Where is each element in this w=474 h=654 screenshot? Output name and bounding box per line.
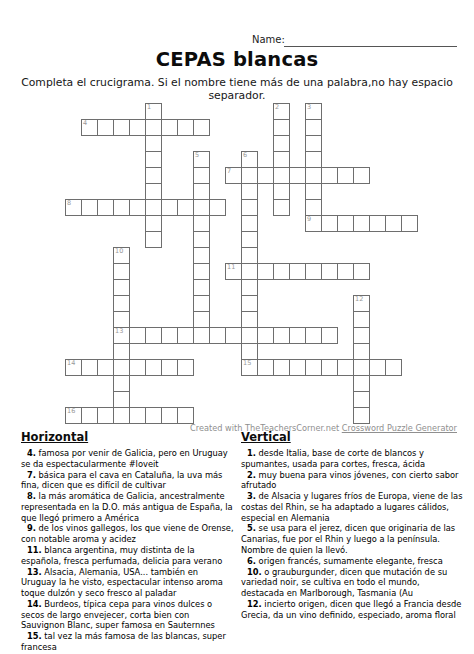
grid-cell[interactable] bbox=[177, 199, 194, 216]
grid-cell[interactable] bbox=[273, 199, 290, 216]
grid-cell[interactable]: 3 bbox=[305, 103, 322, 120]
grid-cell[interactable] bbox=[97, 119, 114, 136]
cell-number: 8 bbox=[67, 200, 71, 207]
grid-cell[interactable]: 13 bbox=[113, 327, 130, 344]
grid-cell[interactable] bbox=[257, 359, 274, 376]
clue-number-label: 1. bbox=[247, 448, 256, 458]
grid-cell[interactable] bbox=[113, 311, 130, 328]
cell-number: 1 bbox=[147, 104, 151, 111]
grid-cell[interactable] bbox=[241, 247, 258, 264]
grid-cell[interactable] bbox=[193, 279, 210, 296]
grid-cell[interactable] bbox=[241, 215, 258, 232]
grid-cell[interactable] bbox=[241, 295, 258, 312]
grid-cell[interactable] bbox=[145, 359, 162, 376]
clue-number-label: 14. bbox=[27, 599, 42, 609]
grid-cell[interactable] bbox=[369, 359, 386, 376]
grid-cell[interactable] bbox=[353, 263, 370, 280]
grid-cell[interactable] bbox=[129, 327, 146, 344]
grid-cell[interactable] bbox=[321, 167, 338, 184]
grid-cell[interactable] bbox=[177, 119, 194, 136]
grid-cell[interactable] bbox=[353, 407, 370, 424]
grid-cell[interactable] bbox=[241, 263, 258, 280]
grid-cell[interactable] bbox=[257, 327, 274, 344]
grid-cell[interactable] bbox=[145, 151, 162, 168]
grid-cell[interactable] bbox=[273, 327, 290, 344]
grid-cell[interactable] bbox=[81, 359, 98, 376]
clue-number-label: 6. bbox=[247, 556, 256, 566]
grid-cell[interactable]: 4 bbox=[81, 119, 98, 136]
grid-cell[interactable]: 2 bbox=[273, 103, 290, 120]
grid-cell[interactable] bbox=[145, 199, 162, 216]
grid-cell[interactable] bbox=[129, 359, 146, 376]
cell-number: 6 bbox=[243, 152, 247, 159]
clue-number-label: 2. bbox=[247, 470, 256, 480]
clue-item: 10. o grauburgunder, dicen que mutación … bbox=[241, 567, 463, 599]
grid-cell[interactable]: 16 bbox=[65, 407, 82, 424]
grid-cell[interactable] bbox=[145, 119, 162, 136]
grid-cell[interactable] bbox=[193, 231, 210, 248]
clue-number-label: 5. bbox=[247, 523, 256, 533]
clue-item: 1. desde Italia, base de corte de blanco… bbox=[241, 448, 463, 470]
cell-number: 14 bbox=[67, 360, 75, 367]
grid-cell[interactable] bbox=[305, 263, 322, 280]
grid-cell[interactable] bbox=[113, 119, 130, 136]
vertical-clues-section: Vertical 1. desde Italia, base de corte … bbox=[241, 430, 463, 620]
clue-number-label: 11. bbox=[27, 545, 42, 555]
grid-cell[interactable] bbox=[193, 199, 210, 216]
grid-cell[interactable] bbox=[193, 183, 210, 200]
grid-cell[interactable] bbox=[161, 359, 178, 376]
grid-cell[interactable]: 12 bbox=[353, 295, 370, 312]
grid-cell[interactable] bbox=[129, 119, 146, 136]
name-field[interactable] bbox=[284, 46, 457, 47]
cell-number: 7 bbox=[227, 168, 231, 175]
clue-number-label: 4. bbox=[27, 448, 36, 458]
grid-cell[interactable] bbox=[193, 263, 210, 280]
grid-cell[interactable] bbox=[145, 167, 162, 184]
grid-cell[interactable] bbox=[113, 263, 130, 280]
grid-cell[interactable] bbox=[145, 231, 162, 248]
clue-item: 2. muy buena para vinos jóvenes, con cie… bbox=[241, 470, 463, 492]
grid-cell[interactable] bbox=[241, 231, 258, 248]
crossword-grid: 47891113141516123561012 bbox=[65, 103, 418, 424]
grid-cell[interactable] bbox=[353, 343, 370, 360]
grid-cell[interactable] bbox=[273, 183, 290, 200]
grid-cell[interactable] bbox=[353, 311, 370, 328]
clue-item: 9. de los vinos gallegos, los que viene … bbox=[21, 523, 235, 545]
clue-number-label: 12. bbox=[247, 599, 262, 609]
grid-cell[interactable] bbox=[113, 199, 130, 216]
grid-cell[interactable] bbox=[305, 167, 322, 184]
grid-cell[interactable] bbox=[273, 167, 290, 184]
grid-cell[interactable] bbox=[353, 375, 370, 392]
grid-cell[interactable] bbox=[193, 327, 210, 344]
grid-cell[interactable] bbox=[353, 167, 370, 184]
grid-cell[interactable] bbox=[289, 167, 306, 184]
clue-item: 3. de Alsacia y lugares fríos de Europa,… bbox=[241, 491, 463, 523]
clue-item: 6. origen francés, sumamente elegante, f… bbox=[241, 556, 463, 567]
grid-cell[interactable] bbox=[113, 343, 130, 360]
grid-cell[interactable] bbox=[305, 119, 322, 136]
grid-cell[interactable] bbox=[241, 311, 258, 328]
grid-cell[interactable] bbox=[321, 359, 338, 376]
grid-cell[interactable] bbox=[161, 119, 178, 136]
grid-cell[interactable] bbox=[193, 119, 210, 136]
clue-number-label: 3. bbox=[247, 491, 256, 501]
grid-cell[interactable] bbox=[145, 407, 162, 424]
grid-cell[interactable] bbox=[257, 263, 274, 280]
grid-cell[interactable] bbox=[209, 327, 226, 344]
grid-cell[interactable]: 6 bbox=[241, 151, 258, 168]
grid-cell[interactable] bbox=[273, 263, 290, 280]
grid-cell[interactable] bbox=[193, 215, 210, 232]
grid-cell[interactable] bbox=[337, 167, 354, 184]
clue-item: 12. incierto origen, dicen que llegó a F… bbox=[241, 599, 463, 621]
grid-cell[interactable] bbox=[177, 407, 194, 424]
clue-number-label: 15. bbox=[27, 631, 42, 641]
grid-cell[interactable] bbox=[273, 119, 290, 136]
grid-cell[interactable] bbox=[177, 359, 194, 376]
grid-cell[interactable] bbox=[241, 279, 258, 296]
grid-cell[interactable]: 1 bbox=[145, 103, 162, 120]
cell-number: 3 bbox=[307, 104, 311, 111]
grid-cell[interactable] bbox=[353, 359, 370, 376]
page-title: CEPAS blancas bbox=[0, 48, 474, 71]
grid-cell[interactable] bbox=[385, 359, 402, 376]
grid-cell[interactable] bbox=[337, 263, 354, 280]
grid-cell[interactable] bbox=[385, 215, 402, 232]
grid-cell[interactable] bbox=[241, 343, 258, 360]
grid-cell[interactable]: 7 bbox=[225, 167, 242, 184]
grid-cell[interactable] bbox=[97, 359, 114, 376]
cell-number: 16 bbox=[67, 408, 75, 415]
grid-cell[interactable]: 9 bbox=[305, 215, 322, 232]
grid-cell[interactable] bbox=[113, 279, 130, 296]
grid-cell[interactable]: 14 bbox=[65, 359, 82, 376]
grid-cell[interactable] bbox=[113, 391, 130, 408]
grid-cell[interactable] bbox=[113, 359, 130, 376]
clue-item: 4. famosa por venir de Galicia, pero en … bbox=[21, 448, 235, 470]
cell-number: 2 bbox=[275, 104, 279, 111]
grid-cell[interactable] bbox=[241, 183, 258, 200]
grid-cell[interactable] bbox=[113, 407, 130, 424]
grid-cell[interactable] bbox=[241, 199, 258, 216]
grid-cell[interactable] bbox=[145, 135, 162, 152]
cell-number: 4 bbox=[83, 120, 87, 127]
grid-cell[interactable] bbox=[209, 199, 226, 216]
grid-cell[interactable] bbox=[337, 359, 354, 376]
grid-cell[interactable] bbox=[321, 263, 338, 280]
grid-cell[interactable] bbox=[353, 327, 370, 344]
grid-cell[interactable]: 5 bbox=[193, 151, 210, 168]
cell-number: 9 bbox=[307, 216, 311, 223]
grid-cell[interactable] bbox=[97, 407, 114, 424]
grid-cell[interactable] bbox=[241, 167, 258, 184]
grid-cell[interactable] bbox=[241, 327, 258, 344]
cell-number: 15 bbox=[243, 360, 251, 367]
grid-cell[interactable] bbox=[305, 199, 322, 216]
clue-item: 14. Burdeos, típica cepa para vinos dulc… bbox=[21, 599, 235, 631]
vertical-header: Vertical bbox=[241, 430, 463, 445]
grid-cell[interactable] bbox=[401, 215, 418, 232]
grid-cell[interactable] bbox=[257, 167, 274, 184]
instructions-text: Completa el crucigrama. Si el nombre tie… bbox=[12, 77, 462, 102]
horizontal-header: Horizontal bbox=[21, 430, 235, 445]
grid-cell[interactable] bbox=[193, 247, 210, 264]
grid-cell[interactable]: 11 bbox=[225, 263, 242, 280]
grid-cell[interactable] bbox=[289, 263, 306, 280]
grid-cell[interactable] bbox=[273, 135, 290, 152]
grid-cell[interactable] bbox=[161, 327, 178, 344]
grid-cell[interactable] bbox=[305, 359, 322, 376]
grid-cell[interactable]: 10 bbox=[113, 247, 130, 264]
across-clue-list: 4. famosa por venir de Galicia, pero en … bbox=[21, 448, 235, 654]
name-label: Name: bbox=[252, 34, 285, 45]
grid-cell[interactable] bbox=[273, 151, 290, 168]
grid-cell[interactable] bbox=[145, 215, 162, 232]
grid-cell[interactable] bbox=[353, 215, 370, 232]
grid-cell[interactable] bbox=[321, 327, 338, 344]
clue-item: 8. la más aromática de Galicia, ancestra… bbox=[21, 491, 235, 523]
grid-cell[interactable] bbox=[369, 215, 386, 232]
grid-cell[interactable] bbox=[193, 311, 210, 328]
grid-cell[interactable] bbox=[129, 407, 146, 424]
clue-number-label: 8. bbox=[27, 491, 36, 501]
grid-cell[interactable] bbox=[145, 183, 162, 200]
grid-cell[interactable] bbox=[161, 407, 178, 424]
clue-number-label: 7. bbox=[27, 470, 36, 480]
grid-cell[interactable] bbox=[145, 327, 162, 344]
cell-number: 11 bbox=[227, 264, 235, 271]
grid-cell[interactable] bbox=[81, 199, 98, 216]
clue-number-label: 9. bbox=[27, 523, 36, 533]
clue-number-label: 10. bbox=[247, 567, 262, 577]
grid-cell[interactable] bbox=[161, 199, 178, 216]
grid-cell[interactable] bbox=[177, 327, 194, 344]
grid-cell[interactable] bbox=[321, 215, 338, 232]
cell-number: 5 bbox=[195, 152, 199, 159]
grid-cell[interactable] bbox=[129, 199, 146, 216]
grid-cell[interactable] bbox=[97, 199, 114, 216]
grid-cell[interactable] bbox=[225, 327, 242, 344]
grid-cell[interactable] bbox=[305, 327, 322, 344]
grid-cell[interactable]: 8 bbox=[65, 199, 82, 216]
grid-cell[interactable] bbox=[193, 167, 210, 184]
clue-number-label: 13. bbox=[27, 567, 42, 577]
clue-item: 15. tal vez la más famosa de las blancas… bbox=[21, 631, 235, 653]
grid-cell[interactable] bbox=[273, 359, 290, 376]
grid-cell[interactable] bbox=[113, 375, 130, 392]
grid-cell[interactable] bbox=[353, 391, 370, 408]
down-clue-list: 1. desde Italia, base de corte de blanco… bbox=[241, 448, 463, 621]
grid-cell[interactable] bbox=[337, 215, 354, 232]
grid-cell[interactable] bbox=[289, 327, 306, 344]
clue-item: 13. Alsacia, Alemania, USA... también en… bbox=[21, 567, 235, 599]
cell-number: 12 bbox=[355, 296, 363, 303]
worksheet-page: Name: CEPAS blancas Completa el crucigra… bbox=[0, 0, 474, 654]
grid-cell[interactable] bbox=[305, 183, 322, 200]
horizontal-clues-section: Horizontal 4. famosa por venir de Galici… bbox=[21, 430, 235, 654]
clue-item: 11. blanca argentina, muy distinta de la… bbox=[21, 545, 235, 567]
grid-cell[interactable] bbox=[193, 295, 210, 312]
grid-cell[interactable] bbox=[305, 135, 322, 152]
cell-number: 13 bbox=[115, 328, 123, 335]
grid-cell[interactable]: 15 bbox=[241, 359, 258, 376]
clue-item: 5. se usa para el jerez, dicen que origi… bbox=[241, 523, 463, 555]
clue-item: 7. básica para el cava en Cataluña, la u… bbox=[21, 470, 235, 492]
grid-cell[interactable] bbox=[305, 151, 322, 168]
grid-cell[interactable] bbox=[113, 295, 130, 312]
grid-cell[interactable] bbox=[289, 359, 306, 376]
cell-number: 10 bbox=[115, 248, 123, 255]
grid-cell[interactable] bbox=[81, 407, 98, 424]
